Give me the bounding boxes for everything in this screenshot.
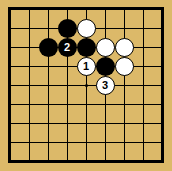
- go-board[interactable]: 213: [1, 0, 172, 171]
- intersection[interactable]: [96, 133, 115, 152]
- stone-white[interactable]: [115, 57, 134, 76]
- intersection[interactable]: [1, 133, 20, 152]
- intersection[interactable]: [115, 19, 134, 38]
- stone-black[interactable]: [96, 57, 115, 76]
- intersection[interactable]: [77, 38, 96, 57]
- stone-black[interactable]: 2: [58, 38, 77, 57]
- intersection[interactable]: [58, 76, 77, 95]
- intersection[interactable]: [20, 95, 39, 114]
- intersection[interactable]: [134, 114, 153, 133]
- intersection[interactable]: [96, 19, 115, 38]
- stone-white[interactable]: [96, 38, 115, 57]
- intersection[interactable]: [115, 0, 134, 19]
- stone-white[interactable]: 1: [77, 57, 96, 76]
- intersection[interactable]: [20, 57, 39, 76]
- intersection[interactable]: [58, 19, 77, 38]
- intersection[interactable]: [115, 76, 134, 95]
- intersection[interactable]: [1, 38, 20, 57]
- intersection[interactable]: [153, 19, 172, 38]
- intersection[interactable]: [153, 95, 172, 114]
- stone-black[interactable]: [77, 38, 96, 57]
- intersection[interactable]: [77, 19, 96, 38]
- stone-white[interactable]: [77, 19, 96, 38]
- intersection[interactable]: [39, 152, 58, 171]
- intersection[interactable]: [96, 95, 115, 114]
- intersection[interactable]: [1, 76, 20, 95]
- intersection[interactable]: [153, 0, 172, 19]
- go-diagram: 213: [0, 0, 171, 171]
- intersection[interactable]: [39, 0, 58, 19]
- intersection[interactable]: [20, 114, 39, 133]
- intersection[interactable]: [20, 0, 39, 19]
- intersection[interactable]: [39, 19, 58, 38]
- intersection[interactable]: [153, 152, 172, 171]
- intersection[interactable]: [1, 95, 20, 114]
- intersection[interactable]: [77, 0, 96, 19]
- intersection[interactable]: [134, 0, 153, 19]
- intersection[interactable]: [1, 114, 20, 133]
- stone-white[interactable]: 3: [96, 76, 115, 95]
- intersection[interactable]: [134, 57, 153, 76]
- intersection[interactable]: [1, 152, 20, 171]
- intersection[interactable]: [134, 95, 153, 114]
- intersection[interactable]: [115, 57, 134, 76]
- intersection[interactable]: [20, 19, 39, 38]
- intersection[interactable]: [134, 19, 153, 38]
- intersection[interactable]: [153, 38, 172, 57]
- intersection[interactable]: [115, 133, 134, 152]
- intersection[interactable]: [1, 19, 20, 38]
- intersection[interactable]: [58, 133, 77, 152]
- intersection[interactable]: [115, 38, 134, 57]
- intersection[interactable]: [20, 152, 39, 171]
- intersection[interactable]: [134, 38, 153, 57]
- move-number: 2: [64, 42, 70, 53]
- intersection[interactable]: [77, 114, 96, 133]
- intersection[interactable]: [77, 95, 96, 114]
- intersection[interactable]: [96, 0, 115, 19]
- intersection[interactable]: [96, 57, 115, 76]
- intersection[interactable]: 2: [58, 38, 77, 57]
- intersection[interactable]: [39, 76, 58, 95]
- intersection[interactable]: [1, 57, 20, 76]
- intersection[interactable]: [96, 114, 115, 133]
- intersection[interactable]: [58, 95, 77, 114]
- intersection[interactable]: [58, 57, 77, 76]
- intersection[interactable]: [20, 133, 39, 152]
- intersection[interactable]: [77, 152, 96, 171]
- intersection[interactable]: [153, 76, 172, 95]
- star-point: [85, 84, 88, 87]
- intersection[interactable]: [20, 76, 39, 95]
- intersection[interactable]: [134, 133, 153, 152]
- intersection[interactable]: [20, 38, 39, 57]
- intersection[interactable]: [39, 133, 58, 152]
- intersection[interactable]: [39, 95, 58, 114]
- stone-black[interactable]: [58, 19, 77, 38]
- move-number: 3: [102, 80, 108, 91]
- intersection[interactable]: [153, 133, 172, 152]
- intersection[interactable]: [39, 38, 58, 57]
- intersection[interactable]: [96, 38, 115, 57]
- intersection[interactable]: [153, 114, 172, 133]
- intersection[interactable]: [115, 95, 134, 114]
- intersection[interactable]: 1: [77, 57, 96, 76]
- intersection[interactable]: 3: [96, 76, 115, 95]
- move-number: 1: [83, 61, 89, 72]
- intersection[interactable]: [58, 152, 77, 171]
- intersection[interactable]: [58, 0, 77, 19]
- intersection[interactable]: [115, 114, 134, 133]
- intersection[interactable]: [39, 114, 58, 133]
- intersection[interactable]: [1, 0, 20, 19]
- intersection[interactable]: [96, 152, 115, 171]
- intersection[interactable]: [39, 57, 58, 76]
- intersection[interactable]: [153, 57, 172, 76]
- intersection[interactable]: [134, 76, 153, 95]
- intersection[interactable]: [115, 152, 134, 171]
- intersection[interactable]: [77, 133, 96, 152]
- intersection[interactable]: [134, 152, 153, 171]
- stone-white[interactable]: [115, 38, 134, 57]
- stone-black[interactable]: [39, 38, 58, 57]
- intersection[interactable]: [77, 76, 96, 95]
- intersection[interactable]: [58, 114, 77, 133]
